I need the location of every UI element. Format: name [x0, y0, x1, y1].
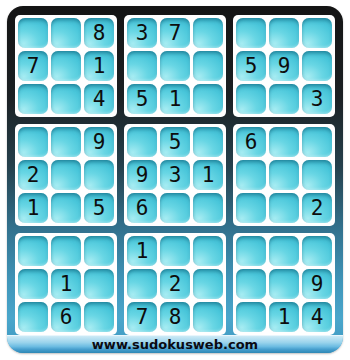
cell-r1c2[interactable]: [51, 18, 81, 48]
cell-r7c8[interactable]: [269, 236, 299, 266]
cell-r3c3[interactable]: 4: [84, 84, 114, 114]
cell-r9c9[interactable]: 4: [302, 302, 332, 332]
cell-r9c4[interactable]: 7: [127, 302, 157, 332]
cell-r2c1[interactable]: 7: [18, 51, 48, 81]
cell-r7c3[interactable]: [84, 236, 114, 266]
cell-r7c2[interactable]: [51, 236, 81, 266]
sudoku-block-r2c2: 59316: [124, 124, 226, 226]
cell-r6c1[interactable]: 1: [18, 193, 48, 223]
cell-r6c6[interactable]: [193, 193, 223, 223]
cell-r5c2[interactable]: [51, 160, 81, 190]
cell-r6c5[interactable]: [160, 193, 190, 223]
cell-r7c1[interactable]: [18, 236, 48, 266]
footer-bar: www.sudokusweb.com: [7, 335, 343, 353]
sudoku-block-r3c1: 16: [15, 233, 117, 335]
cell-r9c6[interactable]: [193, 302, 223, 332]
cell-r8c6[interactable]: [193, 269, 223, 299]
cell-r9c5[interactable]: 8: [160, 302, 190, 332]
cell-r5c8[interactable]: [269, 160, 299, 190]
cell-r9c1[interactable]: [18, 302, 48, 332]
cell-r8c8[interactable]: [269, 269, 299, 299]
cell-r9c3[interactable]: [84, 302, 114, 332]
cell-r4c2[interactable]: [51, 127, 81, 157]
sudoku-block-r1c3: 593: [233, 15, 335, 117]
sudoku-block-r3c3: 914: [233, 233, 335, 335]
cell-r2c2[interactable]: [51, 51, 81, 81]
site-url[interactable]: www.sudokusweb.com: [92, 337, 258, 352]
cell-r7c9[interactable]: [302, 236, 332, 266]
sudoku-block-r1c2: 3751: [124, 15, 226, 117]
cell-r4c5[interactable]: 5: [160, 127, 190, 157]
cell-r9c7[interactable]: [236, 302, 266, 332]
cell-r5c5[interactable]: 3: [160, 160, 190, 190]
cell-r4c8[interactable]: [269, 127, 299, 157]
sudoku-block-r1c1: 8714: [15, 15, 117, 117]
cell-r7c7[interactable]: [236, 236, 266, 266]
cell-r4c1[interactable]: [18, 127, 48, 157]
cell-r8c7[interactable]: [236, 269, 266, 299]
sudoku-block-r3c2: 1278: [124, 233, 226, 335]
sudoku-block-r2c1: 9215: [15, 124, 117, 226]
cell-r1c5[interactable]: 7: [160, 18, 190, 48]
cell-r9c8[interactable]: 1: [269, 302, 299, 332]
cell-r5c9[interactable]: [302, 160, 332, 190]
cell-r2c3[interactable]: 1: [84, 51, 114, 81]
cell-r5c4[interactable]: 9: [127, 160, 157, 190]
cell-r1c8[interactable]: [269, 18, 299, 48]
cell-r4c3[interactable]: 9: [84, 127, 114, 157]
cell-r1c4[interactable]: 3: [127, 18, 157, 48]
cell-r3c8[interactable]: [269, 84, 299, 114]
cell-r6c2[interactable]: [51, 193, 81, 223]
cell-r6c8[interactable]: [269, 193, 299, 223]
cell-r2c6[interactable]: [193, 51, 223, 81]
cell-r4c9[interactable]: [302, 127, 332, 157]
cell-r5c3[interactable]: [84, 160, 114, 190]
cell-r2c7[interactable]: 5: [236, 51, 266, 81]
cell-r1c3[interactable]: 8: [84, 18, 114, 48]
cell-r4c7[interactable]: 6: [236, 127, 266, 157]
cell-r6c7[interactable]: [236, 193, 266, 223]
cell-r3c9[interactable]: 3: [302, 84, 332, 114]
cell-r6c4[interactable]: 6: [127, 193, 157, 223]
cell-r3c4[interactable]: 5: [127, 84, 157, 114]
cell-r1c1[interactable]: [18, 18, 48, 48]
cell-r3c7[interactable]: [236, 84, 266, 114]
cell-r5c6[interactable]: 1: [193, 160, 223, 190]
sudoku-block-r2c3: 62: [233, 124, 335, 226]
cell-r2c9[interactable]: [302, 51, 332, 81]
cell-r4c4[interactable]: [127, 127, 157, 157]
cell-r3c1[interactable]: [18, 84, 48, 114]
cell-r7c4[interactable]: 1: [127, 236, 157, 266]
cell-r8c1[interactable]: [18, 269, 48, 299]
cell-r8c2[interactable]: 1: [51, 269, 81, 299]
cell-r8c5[interactable]: 2: [160, 269, 190, 299]
cell-r3c2[interactable]: [51, 84, 81, 114]
cell-r8c4[interactable]: [127, 269, 157, 299]
cell-r6c3[interactable]: 5: [84, 193, 114, 223]
cell-r2c4[interactable]: [127, 51, 157, 81]
cell-r7c5[interactable]: [160, 236, 190, 266]
cell-r5c1[interactable]: 2: [18, 160, 48, 190]
cell-r7c6[interactable]: [193, 236, 223, 266]
cell-r1c6[interactable]: [193, 18, 223, 48]
cell-r4c6[interactable]: [193, 127, 223, 157]
cell-r8c9[interactable]: 9: [302, 269, 332, 299]
cell-r1c9[interactable]: [302, 18, 332, 48]
sudoku-board: 8714375159392155931662161278914: [7, 6, 343, 335]
cell-r8c3[interactable]: [84, 269, 114, 299]
cell-r2c5[interactable]: [160, 51, 190, 81]
cell-r1c7[interactable]: [236, 18, 266, 48]
cell-r2c8[interactable]: 9: [269, 51, 299, 81]
cell-r9c2[interactable]: 6: [51, 302, 81, 332]
sudoku-widget: 8714375159392155931662161278914 www.sudo…: [7, 6, 343, 353]
cell-r5c7[interactable]: [236, 160, 266, 190]
cell-r3c6[interactable]: [193, 84, 223, 114]
cell-r3c5[interactable]: 1: [160, 84, 190, 114]
cell-r6c9[interactable]: 2: [302, 193, 332, 223]
